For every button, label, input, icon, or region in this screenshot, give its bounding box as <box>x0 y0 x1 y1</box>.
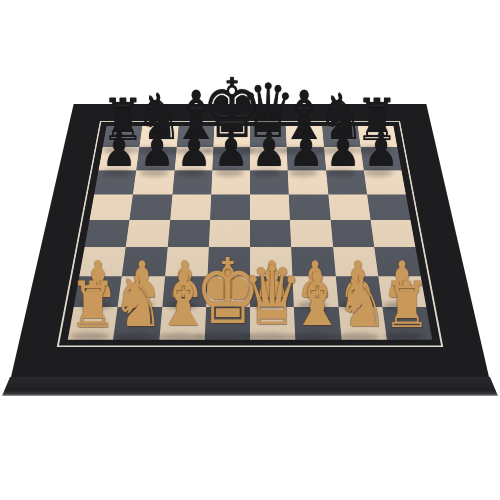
board-square <box>250 276 294 307</box>
board-surface <box>11 104 489 377</box>
board-square <box>322 126 361 148</box>
board-square <box>288 170 328 194</box>
board-square <box>122 247 167 276</box>
board-square <box>250 220 291 247</box>
board-square <box>207 247 250 276</box>
board-frame-line <box>57 121 444 347</box>
board-square <box>174 147 213 170</box>
board-square <box>370 220 415 247</box>
board-square <box>250 170 289 194</box>
board-square <box>176 126 214 148</box>
board-square <box>90 194 134 220</box>
board-square <box>136 147 176 170</box>
board-square <box>140 126 179 148</box>
board-square <box>360 147 401 170</box>
board-square <box>172 170 212 194</box>
board-square <box>250 247 293 276</box>
board-square <box>250 147 288 170</box>
board-square <box>293 276 338 307</box>
board-square <box>206 276 250 307</box>
board-square <box>358 126 398 148</box>
board-square <box>74 276 122 307</box>
board-square <box>118 276 165 307</box>
board-square <box>294 307 341 340</box>
board-square <box>167 220 210 247</box>
board-square <box>250 307 296 340</box>
board-square <box>326 170 367 194</box>
board-front-edge <box>0 377 500 396</box>
board-square <box>338 307 387 340</box>
board-square <box>85 220 130 247</box>
board-square <box>165 247 209 276</box>
board-square <box>213 126 250 148</box>
photo-background: ♜♞♝♚♛♝♞♜♟♟♟♟♟♟♟♟♟♟♟♟♟♟♟♟♜♞♝♚♛♝♞♜ <box>0 0 500 500</box>
board-square <box>79 247 126 276</box>
board-square <box>335 276 382 307</box>
board-square <box>210 194 250 220</box>
board-square <box>209 220 250 247</box>
board-square <box>103 126 143 148</box>
board-square <box>382 307 432 340</box>
board-square <box>126 220 170 247</box>
board-square <box>287 147 326 170</box>
board-square <box>68 307 118 340</box>
board-square <box>290 220 333 247</box>
board-square <box>130 194 172 220</box>
board-square <box>113 307 162 340</box>
chess-board <box>11 0 489 377</box>
board-square <box>330 220 374 247</box>
board-square <box>159 307 206 340</box>
board-square <box>378 276 426 307</box>
board-square <box>286 126 324 148</box>
board-square <box>374 247 421 276</box>
board-square <box>211 170 250 194</box>
board-square <box>162 276 207 307</box>
board-squares-grid <box>68 126 432 340</box>
board-square <box>364 170 406 194</box>
board-square <box>291 247 335 276</box>
board-square <box>328 194 370 220</box>
board-square <box>133 170 174 194</box>
board-square <box>94 170 136 194</box>
board-square <box>250 126 287 148</box>
board-square <box>204 307 250 340</box>
board-square <box>170 194 211 220</box>
board-square <box>289 194 330 220</box>
board-square <box>99 147 140 170</box>
board-square <box>212 147 250 170</box>
board-square <box>367 194 411 220</box>
board-square <box>333 247 378 276</box>
board-square <box>250 194 290 220</box>
board-square <box>324 147 364 170</box>
